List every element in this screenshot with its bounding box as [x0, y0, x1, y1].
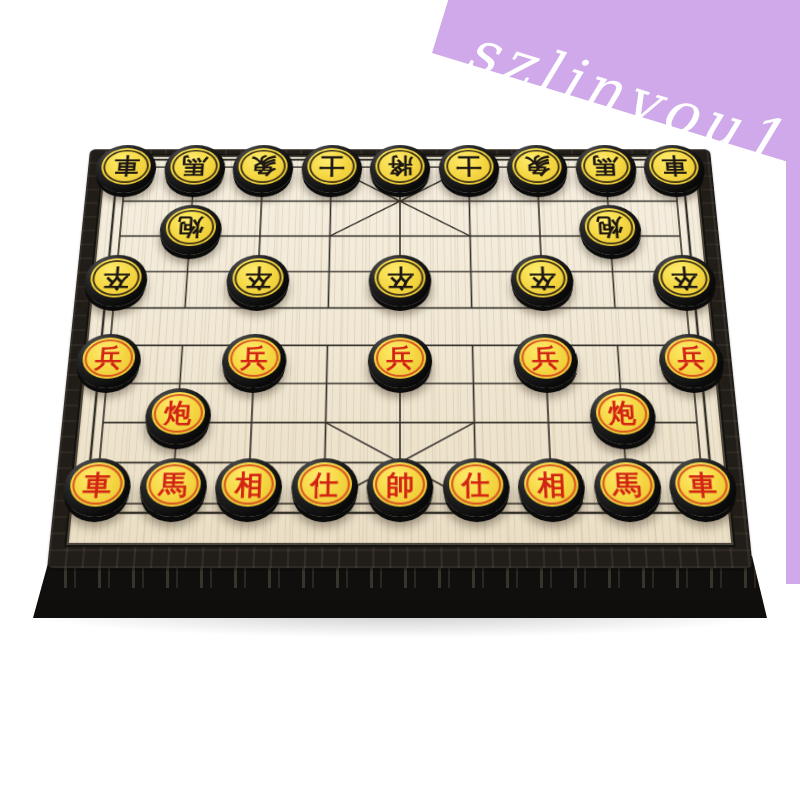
piece-face: 相 [523, 463, 579, 507]
piece-red-horse[interactable]: 馬 [592, 459, 663, 518]
piece-character: 馬 [612, 471, 642, 498]
piece-character: 炮 [596, 216, 624, 239]
piece-face: 卒 [516, 259, 569, 298]
piece-character: 卒 [244, 266, 272, 290]
piece-character: 卒 [528, 266, 556, 290]
xiangqi-board: 車馬象士將士象馬車炮炮卒卒卒卒卒兵兵兵兵兵炮炮車馬相仕帥仕相馬車 [47, 149, 753, 568]
piece-black-general[interactable]: 將 [370, 145, 431, 193]
piece-character: 車 [82, 471, 113, 498]
watermark-right-strip [786, 148, 800, 584]
piece-black-chariot[interactable]: 車 [642, 145, 707, 193]
piece-character: 象 [250, 155, 277, 177]
piece-black-cannon[interactable]: 炮 [577, 205, 642, 255]
piece-face: 象 [238, 148, 289, 184]
piece-red-soldier[interactable]: 兵 [74, 334, 143, 388]
piece-black-soldier[interactable]: 卒 [368, 255, 431, 307]
piece-black-soldier[interactable]: 卒 [651, 255, 718, 307]
piece-face: 炮 [150, 392, 206, 435]
piece-red-general[interactable]: 帥 [366, 459, 433, 518]
piece-face: 象 [512, 148, 563, 184]
piece-character: 兵 [386, 345, 413, 370]
piece-face: 炮 [164, 209, 217, 247]
piece-face: 車 [674, 463, 732, 507]
piece-character: 馬 [181, 155, 208, 177]
piece-face: 將 [375, 148, 424, 184]
piece-character: 車 [112, 155, 140, 177]
piece-black-soldier[interactable]: 卒 [510, 255, 575, 307]
piece-face: 兵 [227, 337, 281, 378]
piece-character: 炮 [177, 216, 205, 239]
piece-red-soldier[interactable]: 兵 [221, 334, 288, 388]
piece-face: 兵 [519, 337, 573, 378]
piece-character: 卒 [387, 266, 414, 290]
piece-black-soldier[interactable]: 卒 [82, 255, 149, 307]
piece-red-advisor[interactable]: 仕 [442, 459, 510, 518]
piece-face: 馬 [580, 148, 632, 184]
piece-red-elephant[interactable]: 相 [517, 459, 586, 518]
piece-red-elephant[interactable]: 相 [214, 459, 283, 518]
piece-character: 兵 [677, 345, 706, 370]
piece-face: 兵 [663, 337, 719, 378]
piece-black-soldier[interactable]: 卒 [225, 255, 290, 307]
piece-red-horse[interactable]: 馬 [137, 459, 208, 518]
piece-red-cannon[interactable]: 炮 [588, 388, 657, 444]
piece-character: 車 [660, 155, 688, 177]
piece-character: 兵 [240, 345, 268, 370]
piece-face: 馬 [598, 463, 655, 507]
piece-face: 馬 [144, 463, 201, 507]
board-scene: 車馬象士將士象馬車炮炮卒卒卒卒卒兵兵兵兵兵炮炮車馬相仕帥仕相馬車 [40, 110, 760, 630]
piece-black-elephant[interactable]: 象 [506, 145, 569, 193]
piece-character: 馬 [592, 155, 619, 177]
piece-character: 炮 [163, 400, 192, 426]
piece-black-horse[interactable]: 馬 [162, 145, 226, 193]
piece-character: 士 [456, 155, 482, 177]
wood-surface: 車馬象士將士象馬車炮炮卒卒卒卒卒兵兵兵兵兵炮炮車馬相仕帥仕相馬車 [69, 157, 731, 543]
piece-black-advisor[interactable]: 士 [438, 145, 500, 193]
piece-face: 仕 [448, 463, 503, 507]
piece-character: 將 [387, 155, 413, 177]
piece-face: 卒 [374, 259, 425, 298]
piece-face: 士 [444, 148, 494, 184]
piece-face: 兵 [374, 337, 427, 378]
piece-character: 象 [524, 155, 551, 177]
piece-character: 炮 [607, 400, 636, 426]
piece-layer: 車馬象士將士象馬車炮炮卒卒卒卒卒兵兵兵兵兵炮炮車馬相仕帥仕相馬車 [56, 150, 745, 524]
piece-red-chariot[interactable]: 車 [667, 459, 739, 518]
piece-red-cannon[interactable]: 炮 [143, 388, 212, 444]
piece-character: 車 [687, 471, 718, 498]
piece-face: 車 [100, 148, 152, 184]
piece-face: 車 [68, 463, 126, 507]
piece-red-soldier[interactable]: 兵 [368, 334, 433, 388]
piece-face: 炮 [594, 392, 650, 435]
piece-black-elephant[interactable]: 象 [231, 145, 294, 193]
piece-character: 仕 [310, 471, 339, 498]
piece-face: 馬 [169, 148, 221, 184]
piece-red-soldier[interactable]: 兵 [657, 334, 726, 388]
piece-character: 兵 [532, 345, 560, 370]
piece-character: 仕 [461, 471, 490, 498]
piece-face: 仕 [297, 463, 352, 507]
piece-black-cannon[interactable]: 炮 [157, 205, 222, 255]
piece-face: 相 [220, 463, 276, 507]
piece-black-advisor[interactable]: 士 [300, 145, 362, 193]
piece-face: 帥 [373, 463, 428, 507]
piece-face: 士 [306, 148, 356, 184]
piece-red-chariot[interactable]: 車 [61, 459, 133, 518]
piece-character: 卒 [102, 266, 131, 290]
piece-face: 卒 [232, 259, 285, 298]
piece-character: 馬 [158, 471, 188, 498]
piece-red-soldier[interactable]: 兵 [513, 334, 580, 388]
piece-character: 相 [537, 471, 566, 498]
piece-character: 卒 [670, 266, 699, 290]
piece-face: 卒 [657, 259, 711, 298]
piece-black-horse[interactable]: 馬 [574, 145, 638, 193]
piece-face: 兵 [81, 337, 137, 378]
piece-face: 炮 [583, 209, 636, 247]
piece-face: 卒 [89, 259, 143, 298]
piece-character: 相 [234, 471, 263, 498]
piece-face: 車 [648, 148, 700, 184]
piece-red-advisor[interactable]: 仕 [290, 459, 358, 518]
piece-character: 帥 [386, 471, 414, 498]
piece-character: 士 [318, 155, 344, 177]
piece-character: 兵 [94, 345, 123, 370]
piece-black-chariot[interactable]: 車 [93, 145, 158, 193]
